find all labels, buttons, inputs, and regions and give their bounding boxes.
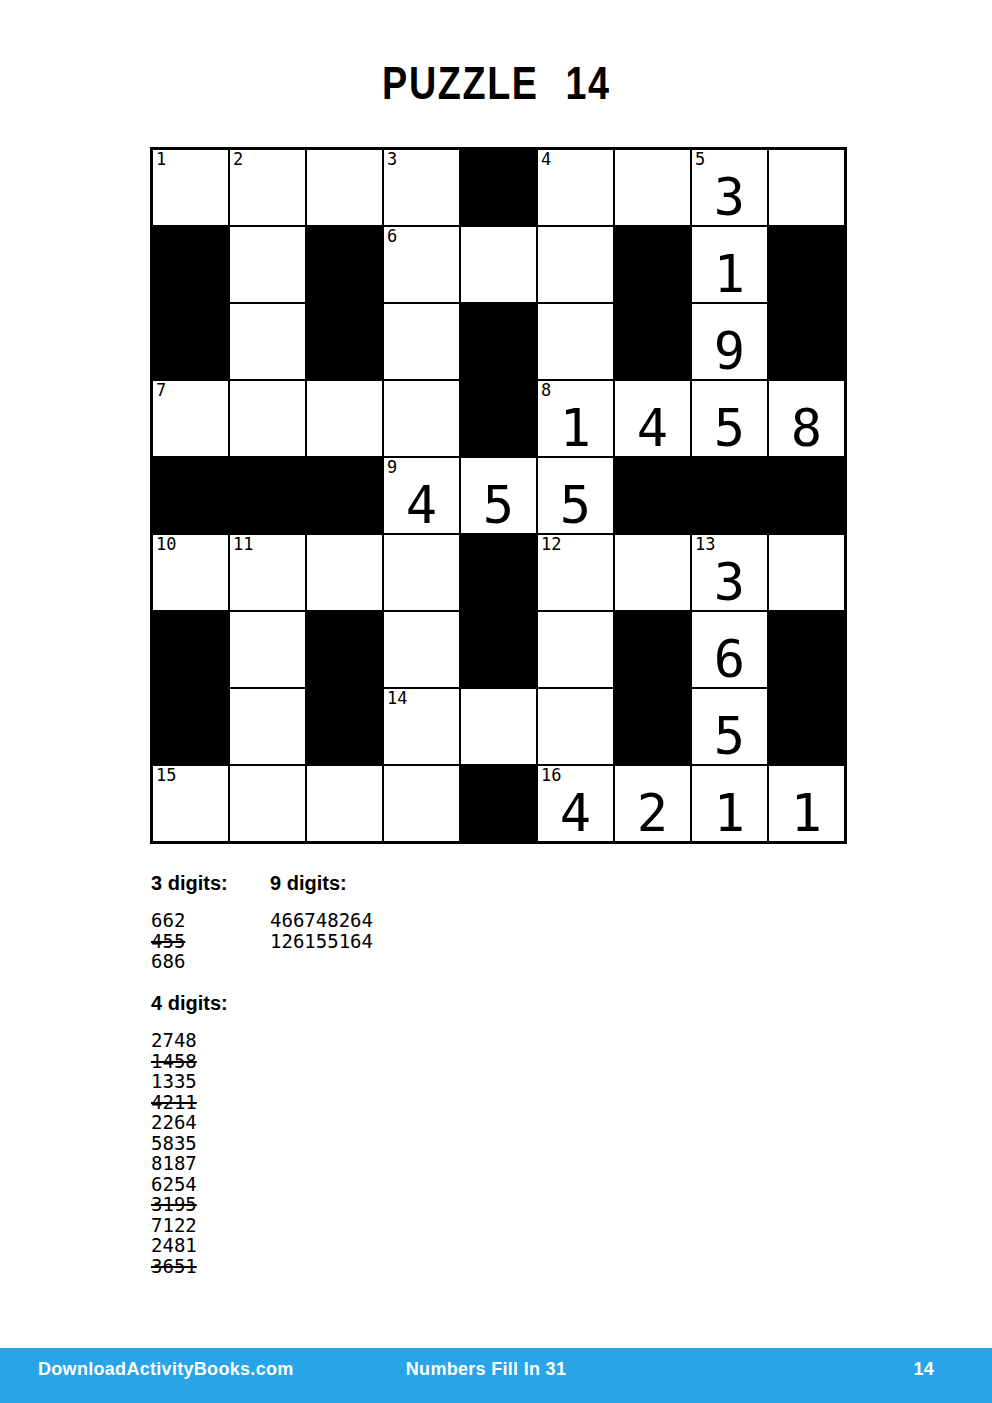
cell-value: 1 [692,227,767,302]
footer-website-link[interactable]: DownloadActivityBooks.com [0,1359,337,1380]
word-list-3-digits: 3 digits: 662455686 [151,872,228,972]
grid-cell[interactable] [460,688,537,765]
cell-value: 5 [461,458,536,533]
word-list-entry: 1335 [151,1071,228,1092]
cell-value: 5 [692,381,767,456]
word-list-entries: 466748264126155164 [270,910,373,951]
grid-cell[interactable] [229,380,306,457]
black-cell [306,457,383,534]
grid-cell[interactable]: 8 [768,380,845,457]
grid-cell[interactable]: 81 [537,380,614,457]
word-list-entry: 3195 [151,1194,228,1215]
black-cell [768,688,845,765]
word-list-entry: 4211 [151,1092,228,1113]
grid-cell[interactable]: 9 [691,303,768,380]
clue-number: 2 [233,150,243,170]
black-cell [460,303,537,380]
grid-cell[interactable] [460,226,537,303]
grid-cell[interactable]: 10 [152,534,229,611]
grid-cell[interactable] [383,380,460,457]
word-list-entry: 2481 [151,1235,228,1256]
clue-number: 14 [387,689,407,709]
grid-cell[interactable]: 1 [691,226,768,303]
grid-cell[interactable] [306,380,383,457]
footer-book-title: Numbers Fill In 31 [337,1359,636,1380]
grid-cell[interactable] [537,226,614,303]
word-list-entry: 5835 [151,1133,228,1154]
word-list-entry: 2748 [151,1030,228,1051]
grid-cell[interactable] [383,765,460,842]
cell-value: 3 [692,150,767,225]
clue-number: 6 [387,227,397,247]
word-list-4-digits: 4 digits: 274814581335421122645835818762… [151,992,228,1276]
black-cell [152,457,229,534]
word-list-entry: 1458 [151,1051,228,1072]
grid-cell[interactable]: 5 [691,380,768,457]
black-cell [306,688,383,765]
cell-value: 6 [692,612,767,687]
word-list-entry: 8187 [151,1153,228,1174]
word-list-entry: 126155164 [270,931,373,952]
black-cell [460,534,537,611]
word-list-entry: 7122 [151,1215,228,1236]
grid-cell[interactable] [229,611,306,688]
cell-value: 8 [769,381,844,456]
black-cell [691,457,768,534]
grid-cell[interactable]: 164 [537,765,614,842]
word-list-entry: 686 [151,951,228,972]
clue-number: 3 [387,150,397,170]
grid-cell[interactable] [614,149,691,226]
grid-cell[interactable] [229,765,306,842]
clue-number: 7 [156,381,166,401]
grid-cell[interactable]: 94 [383,457,460,534]
grid-cell[interactable] [229,226,306,303]
footer-page-number: 14 [635,1359,992,1380]
black-cell [768,457,845,534]
cell-value: 3 [692,535,767,610]
grid-cell[interactable]: 133 [691,534,768,611]
grid-cell[interactable]: 1 [768,765,845,842]
grid-cell[interactable]: 6 [691,611,768,688]
grid-cell[interactable]: 14 [383,688,460,765]
clue-number: 15 [156,766,176,786]
black-cell [768,303,845,380]
black-cell [460,611,537,688]
grid-cell[interactable]: 5 [460,457,537,534]
grid-cell[interactable] [768,534,845,611]
cell-value: 1 [769,766,844,841]
puzzle-grid: 1234536197814589455101112133614515164211 [150,147,847,844]
word-list-entry: 2264 [151,1112,228,1133]
grid-cell[interactable] [229,303,306,380]
black-cell [614,688,691,765]
word-list-entry: 466748264 [270,910,373,931]
word-list-header: 9 digits: [270,872,373,895]
grid-cell[interactable]: 7 [152,380,229,457]
black-cell [614,226,691,303]
grid-cell[interactable] [537,688,614,765]
black-cell [306,226,383,303]
grid-cell[interactable] [768,149,845,226]
cell-value: 4 [384,458,459,533]
word-list-header: 3 digits: [151,872,228,895]
grid-cell[interactable]: 1 [691,765,768,842]
grid-cell[interactable]: 2 [614,765,691,842]
grid-cell[interactable] [537,303,614,380]
grid-cell[interactable]: 5 [537,457,614,534]
grid-cell[interactable] [229,688,306,765]
black-cell [229,457,306,534]
grid-cell[interactable]: 1 [152,149,229,226]
black-cell [614,303,691,380]
word-list-entry: 3651 [151,1256,228,1277]
black-cell [614,457,691,534]
cell-value: 4 [538,766,613,841]
black-cell [460,149,537,226]
cell-value: 4 [615,381,690,456]
grid-cell[interactable]: 2 [229,149,306,226]
word-list-entries: 662455686 [151,910,228,972]
black-cell [460,380,537,457]
grid-cell[interactable]: 6 [383,226,460,303]
black-cell [152,611,229,688]
grid-cell[interactable]: 11 [229,534,306,611]
word-list-entry: 662 [151,910,228,931]
clue-number: 1 [156,150,166,170]
cell-value: 5 [538,458,613,533]
black-cell [306,611,383,688]
word-list-entry: 6254 [151,1174,228,1195]
page-title-text: PUZZLE 14 [382,56,611,110]
grid-cell[interactable] [383,611,460,688]
cell-value: 2 [615,766,690,841]
black-cell [152,303,229,380]
clue-number: 11 [233,535,253,555]
black-cell [306,303,383,380]
black-cell [460,765,537,842]
grid-cell[interactable] [383,303,460,380]
grid-cell[interactable] [383,534,460,611]
footer-bar: DownloadActivityBooks.com Numbers Fill I… [0,1348,992,1403]
grid-cell[interactable] [537,611,614,688]
word-list-9-digits: 9 digits: 466748264126155164 [270,872,373,951]
grid-cell[interactable]: 12 [537,534,614,611]
grid-cell[interactable] [306,149,383,226]
grid-cell[interactable]: 3 [383,149,460,226]
black-cell [152,688,229,765]
clue-number: 10 [156,535,176,555]
black-cell [152,226,229,303]
grid-cell[interactable]: 53 [691,149,768,226]
grid-cell[interactable] [306,534,383,611]
grid-cell[interactable]: 4 [537,149,614,226]
grid-cell[interactable]: 5 [691,688,768,765]
grid-cell[interactable]: 15 [152,765,229,842]
black-cell [768,611,845,688]
grid-cell[interactable]: 4 [614,380,691,457]
page-title: PUZZLE 14 [0,56,992,110]
grid-cell[interactable] [306,765,383,842]
black-cell [614,611,691,688]
clue-number: 12 [541,535,561,555]
word-list-entries: 2748145813354211226458358187625431957122… [151,1030,228,1276]
cell-value: 1 [538,381,613,456]
cell-value: 9 [692,304,767,379]
cell-value: 5 [692,689,767,764]
word-list-header: 4 digits: [151,992,228,1015]
word-list-entry: 455 [151,931,228,952]
cell-value: 1 [692,766,767,841]
black-cell [768,226,845,303]
grid-cell[interactable] [614,534,691,611]
clue-number: 4 [541,150,551,170]
